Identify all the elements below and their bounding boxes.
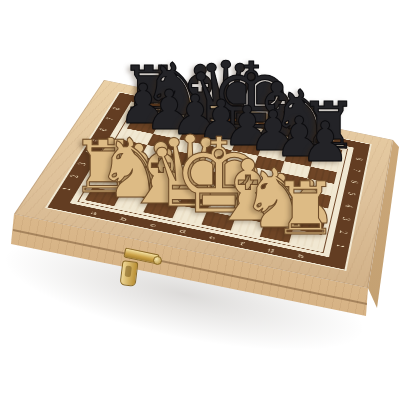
chess-set-photo: aa11bb22cc33dd44ee55ff66gg77hh88 ♜♞♝♛♚♝♞… — [0, 0, 400, 400]
piece-white-rook-h1[interactable]: ♜ — [273, 173, 338, 246]
clasp-hook — [120, 260, 139, 287]
clasp-knob — [153, 256, 162, 265]
